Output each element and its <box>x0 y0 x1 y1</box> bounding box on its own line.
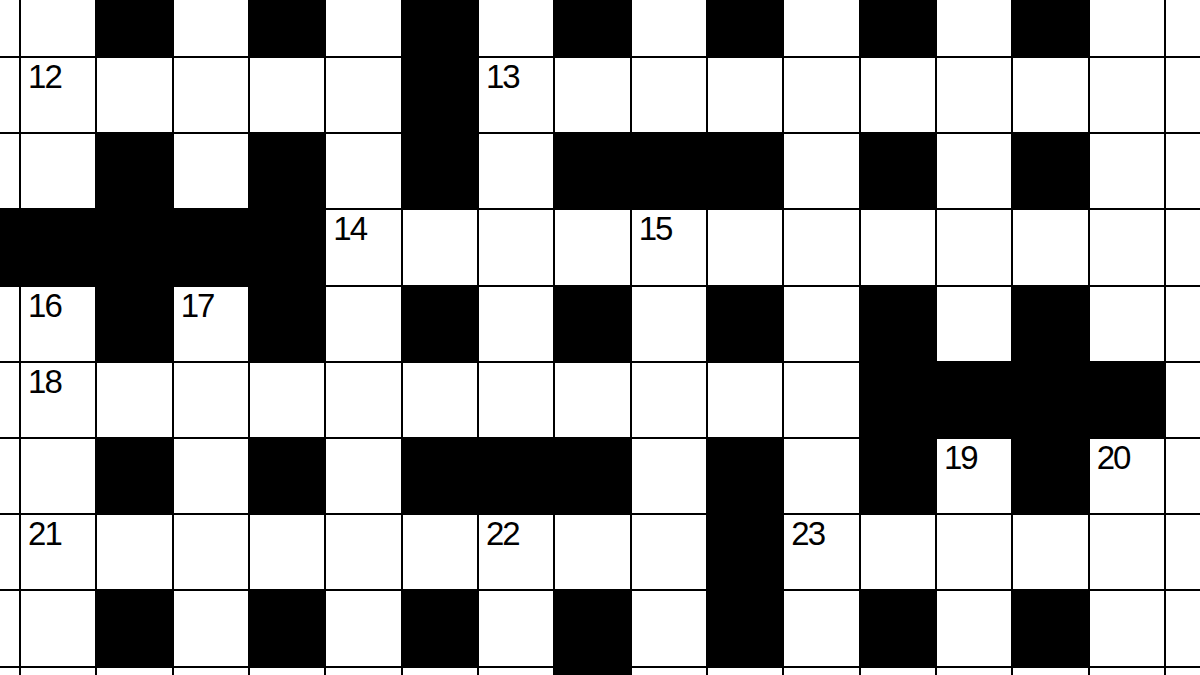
cell-r6-c3[interactable] <box>173 362 249 438</box>
cell-r1-c15[interactable] <box>1089 0 1165 57</box>
cell-r10-c10[interactable] <box>707 667 783 675</box>
cell-r5-c1[interactable]: 16 <box>20 286 96 362</box>
cell-r3-c16[interactable] <box>1165 133 1200 209</box>
cell-r8-c14[interactable] <box>1012 514 1088 590</box>
cell-r10-c15[interactable] <box>1089 667 1165 675</box>
cell-r9-c11[interactable] <box>783 590 859 666</box>
cell-r9-c5[interactable] <box>325 590 401 666</box>
cell-r1-c11[interactable] <box>783 0 859 57</box>
cell-r2-c15[interactable] <box>1089 57 1165 133</box>
cell-r2-c5[interactable] <box>325 57 401 133</box>
cell-r5-c5[interactable] <box>325 286 401 362</box>
cell-r7-c16[interactable] <box>1165 438 1200 514</box>
cell-r2-c8[interactable] <box>554 57 630 133</box>
cell-r8-c7[interactable]: 22 <box>478 514 554 590</box>
cell-r3-c11[interactable] <box>783 133 859 209</box>
cell-r5-c4-block <box>249 286 325 362</box>
cell-r3-c3[interactable] <box>173 133 249 209</box>
cell-r2-c11[interactable] <box>783 57 859 133</box>
cell-r10-c1[interactable] <box>20 667 96 675</box>
cell-r9-c8-block <box>554 590 630 666</box>
cell-r3-c12-block <box>860 133 936 209</box>
cell-r8-c12[interactable] <box>860 514 936 590</box>
cell-r2-c6-block <box>402 57 478 133</box>
cell-r4-c12[interactable] <box>860 209 936 285</box>
cell-r7-c5[interactable] <box>325 438 401 514</box>
cell-r9-c14-block <box>1012 590 1088 666</box>
cell-r10-c11[interactable] <box>783 667 859 675</box>
cell-r10-c5[interactable] <box>325 667 401 675</box>
cell-r9-c6-block <box>402 590 478 666</box>
cell-r9-c16[interactable] <box>1165 590 1200 666</box>
cell-r8-c4[interactable] <box>249 514 325 590</box>
cell-r1-c16[interactable] <box>1165 0 1200 57</box>
cell-r6-c12-block <box>860 362 936 438</box>
cell-r7-c10-block <box>707 438 783 514</box>
cell-r7-c8-block <box>554 438 630 514</box>
cell-r3-c6-block <box>402 133 478 209</box>
cell-r8-c1[interactable]: 21 <box>20 514 96 590</box>
cell-r3-c5[interactable] <box>325 133 401 209</box>
cell-r9-c4-block <box>249 590 325 666</box>
clue-number-18: 18 <box>28 365 61 398</box>
clue-number-19: 19 <box>944 441 977 474</box>
cell-r2-c9[interactable] <box>631 57 707 133</box>
clue-number-16: 16 <box>28 289 61 322</box>
cell-r1-c5[interactable] <box>325 0 401 57</box>
clue-number-23: 23 <box>791 517 824 550</box>
cell-r5-c14-block <box>1012 286 1088 362</box>
cell-r4-c10[interactable] <box>707 209 783 285</box>
cell-r8-c10-block <box>707 514 783 590</box>
cell-r10-c16[interactable] <box>1165 667 1200 675</box>
cell-r3-c2-block <box>96 133 172 209</box>
cell-r3-c14-block <box>1012 133 1088 209</box>
cell-r7-c15[interactable]: 20 <box>1089 438 1165 514</box>
cell-r4-c15[interactable] <box>1089 209 1165 285</box>
cell-r10-c7[interactable] <box>478 667 554 675</box>
cell-r7-c2-block <box>96 438 172 514</box>
cell-r6-c1[interactable]: 18 <box>20 362 96 438</box>
cell-r9-c15[interactable] <box>1089 590 1165 666</box>
cell-r5-c3[interactable]: 17 <box>173 286 249 362</box>
cell-r7-c4-block <box>249 438 325 514</box>
cell-r3-c8-block <box>554 133 630 209</box>
cell-r1-c3[interactable] <box>173 0 249 57</box>
cell-r4-c11[interactable] <box>783 209 859 285</box>
cell-r2-c13[interactable] <box>936 57 1012 133</box>
cell-r10-c14[interactable] <box>1012 667 1088 675</box>
cell-r5-c2-block <box>96 286 172 362</box>
cell-r9-c7[interactable] <box>478 590 554 666</box>
clue-number-12: 12 <box>28 60 61 93</box>
cell-r6-c7[interactable] <box>478 362 554 438</box>
cell-r2-c10[interactable] <box>707 57 783 133</box>
cell-r1-c8-block <box>554 0 630 57</box>
cell-r8-c6[interactable] <box>402 514 478 590</box>
cell-r8-c16[interactable] <box>1165 514 1200 590</box>
cell-r5-c16[interactable] <box>1165 286 1200 362</box>
cell-r1-c6-block <box>402 0 478 57</box>
cell-r3-c7[interactable] <box>478 133 554 209</box>
cell-r4-c2-block <box>96 209 172 285</box>
cell-r4-c5[interactable]: 14 <box>325 209 401 285</box>
cell-r9-c10-block <box>707 590 783 666</box>
cell-r10-c13[interactable] <box>936 667 1012 675</box>
cell-r4-c16[interactable] <box>1165 209 1200 285</box>
cell-r5-c6-block <box>402 286 478 362</box>
cell-r8-c13[interactable] <box>936 514 1012 590</box>
cell-r6-c4[interactable] <box>249 362 325 438</box>
cell-r6-c0[interactable] <box>0 362 20 438</box>
cell-r1-c13[interactable] <box>936 0 1012 57</box>
cell-r10-c0[interactable] <box>0 667 20 675</box>
cell-r8-c3[interactable] <box>173 514 249 590</box>
cell-r1-c9[interactable] <box>631 0 707 57</box>
cell-r1-c2-block <box>96 0 172 57</box>
cell-r3-c10-block <box>707 133 783 209</box>
cell-r5-c0[interactable] <box>0 286 20 362</box>
cell-r6-c8[interactable] <box>554 362 630 438</box>
cell-r3-c4-block <box>249 133 325 209</box>
clue-number-14: 14 <box>333 212 366 245</box>
cell-r7-c11[interactable] <box>783 438 859 514</box>
cell-r10-c4[interactable] <box>249 667 325 675</box>
cell-r7-c3[interactable] <box>173 438 249 514</box>
cell-r6-c5[interactable] <box>325 362 401 438</box>
cell-r4-c4-block <box>249 209 325 285</box>
clue-number-13: 13 <box>486 60 519 93</box>
cell-r9-c2-block <box>96 590 172 666</box>
cell-r7-c0[interactable] <box>0 438 20 514</box>
cell-r4-c14[interactable] <box>1012 209 1088 285</box>
cell-r10-c6[interactable] <box>402 667 478 675</box>
cell-r9-c3[interactable] <box>173 590 249 666</box>
cell-r9-c12-block <box>860 590 936 666</box>
screenshot-viewport: 121314151617181920212223 <box>0 0 1200 675</box>
cell-r6-c9[interactable] <box>631 362 707 438</box>
cell-r2-c3[interactable] <box>173 57 249 133</box>
cell-r4-c13[interactable] <box>936 209 1012 285</box>
cell-r10-c3[interactable] <box>173 667 249 675</box>
cell-r1-c14-block <box>1012 0 1088 57</box>
cell-r1-c7[interactable] <box>478 0 554 57</box>
cell-r8-c0[interactable] <box>0 514 20 590</box>
crossword-grid: 121314151617181920212223 <box>0 0 1200 675</box>
cell-r5-c9[interactable] <box>631 286 707 362</box>
cell-r5-c12-block <box>860 286 936 362</box>
cell-r2-c0[interactable] <box>0 57 20 133</box>
cell-r4-c6[interactable] <box>402 209 478 285</box>
cell-r4-c8[interactable] <box>554 209 630 285</box>
cell-r7-c7-block <box>478 438 554 514</box>
cell-r5-c8-block <box>554 286 630 362</box>
cell-r10-c9[interactable] <box>631 667 707 675</box>
cell-r1-c4-block <box>249 0 325 57</box>
cell-r3-c1[interactable] <box>20 133 96 209</box>
cell-r6-c10[interactable] <box>707 362 783 438</box>
cell-r8-c9[interactable] <box>631 514 707 590</box>
cell-r5-c13[interactable] <box>936 286 1012 362</box>
cell-r4-c3-block <box>173 209 249 285</box>
cell-r7-c1[interactable] <box>20 438 96 514</box>
cell-r10-c2[interactable] <box>96 667 172 675</box>
cell-r2-c2[interactable] <box>96 57 172 133</box>
cell-r5-c15[interactable] <box>1089 286 1165 362</box>
cell-r4-c1-block <box>20 209 96 285</box>
cell-r6-c14-block <box>1012 362 1088 438</box>
cell-r3-c15[interactable] <box>1089 133 1165 209</box>
cell-r9-c1[interactable] <box>20 590 96 666</box>
cell-r6-c2[interactable] <box>96 362 172 438</box>
cell-r7-c6-block <box>402 438 478 514</box>
cell-r8-c11[interactable]: 23 <box>783 514 859 590</box>
cell-r5-c11[interactable] <box>783 286 859 362</box>
cell-r6-c11[interactable] <box>783 362 859 438</box>
cell-r8-c15[interactable] <box>1089 514 1165 590</box>
cell-r2-c4[interactable] <box>249 57 325 133</box>
cell-r4-c9[interactable]: 15 <box>631 209 707 285</box>
cell-r9-c0[interactable] <box>0 590 20 666</box>
cell-r5-c7[interactable] <box>478 286 554 362</box>
clue-number-21: 21 <box>28 517 61 550</box>
cell-r7-c13[interactable]: 19 <box>936 438 1012 514</box>
cell-r3-c13[interactable] <box>936 133 1012 209</box>
cell-r6-c16[interactable] <box>1165 362 1200 438</box>
cell-r4-c0-block <box>0 209 20 285</box>
cell-r9-c9[interactable] <box>631 590 707 666</box>
cell-r9-c13[interactable] <box>936 590 1012 666</box>
cell-r7-c14-block <box>1012 438 1088 514</box>
cell-r5-c10-block <box>707 286 783 362</box>
cell-r1-c1[interactable] <box>20 0 96 57</box>
cell-r2-c16[interactable] <box>1165 57 1200 133</box>
cell-r1-c10-block <box>707 0 783 57</box>
clue-number-20: 20 <box>1097 441 1130 474</box>
clue-number-15: 15 <box>639 212 672 245</box>
cell-r10-c12[interactable] <box>860 667 936 675</box>
cell-r3-c9-block <box>631 133 707 209</box>
cell-r2-c14[interactable] <box>1012 57 1088 133</box>
cell-r7-c12-block <box>860 438 936 514</box>
cell-r1-c0[interactable] <box>0 0 20 57</box>
clue-number-22: 22 <box>486 517 519 550</box>
cell-r8-c5[interactable] <box>325 514 401 590</box>
cell-r3-c0[interactable] <box>0 133 20 209</box>
cell-r6-c6[interactable] <box>402 362 478 438</box>
cell-r10-c8-block <box>554 667 630 675</box>
cell-r2-c1[interactable]: 12 <box>20 57 96 133</box>
cell-r2-c7[interactable]: 13 <box>478 57 554 133</box>
cell-r4-c7[interactable] <box>478 209 554 285</box>
cell-r2-c12[interactable] <box>860 57 936 133</box>
cell-r7-c9[interactable] <box>631 438 707 514</box>
clue-number-17: 17 <box>181 289 214 322</box>
cell-r6-c15-block <box>1089 362 1165 438</box>
cell-r1-c12-block <box>860 0 936 57</box>
cell-r8-c2[interactable] <box>96 514 172 590</box>
cell-r8-c8[interactable] <box>554 514 630 590</box>
cell-r6-c13-block <box>936 362 1012 438</box>
